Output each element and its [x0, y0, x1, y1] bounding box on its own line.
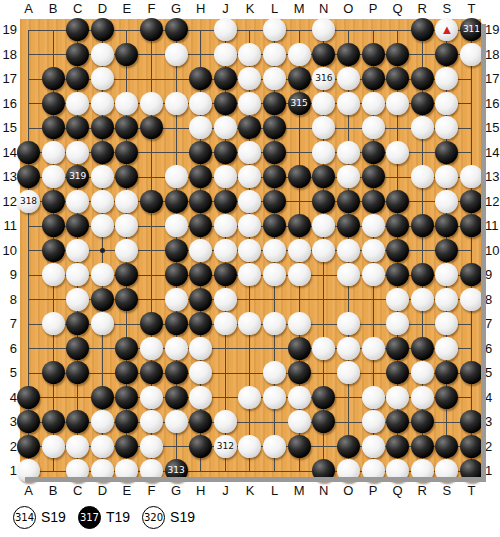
intersection-S5[interactable]	[435, 361, 460, 386]
intersection-G7[interactable]	[164, 312, 189, 337]
intersection-H15[interactable]	[188, 116, 213, 141]
intersection-F9[interactable]	[139, 263, 164, 288]
intersection-O19[interactable]	[336, 18, 361, 43]
intersection-Q13[interactable]	[385, 165, 410, 190]
intersection-L13[interactable]	[262, 165, 287, 190]
intersection-G4[interactable]	[164, 385, 189, 410]
intersection-K2[interactable]	[238, 434, 263, 459]
intersection-H14[interactable]	[188, 140, 213, 165]
intersection-P2[interactable]	[361, 434, 386, 459]
intersection-Q16[interactable]	[385, 91, 410, 116]
intersection-R19[interactable]	[410, 18, 435, 43]
intersection-A13[interactable]	[16, 165, 41, 190]
intersection-E19[interactable]	[115, 18, 140, 43]
intersection-H9[interactable]	[188, 263, 213, 288]
intersection-G15[interactable]	[164, 116, 189, 141]
intersection-G10[interactable]	[164, 238, 189, 263]
intersection-Q17[interactable]	[385, 67, 410, 92]
intersection-K19[interactable]	[238, 18, 263, 43]
intersection-E15[interactable]	[115, 116, 140, 141]
intersection-C19[interactable]	[65, 18, 90, 43]
intersection-F11[interactable]	[139, 214, 164, 239]
intersection-J4[interactable]	[213, 385, 238, 410]
intersection-C7[interactable]	[65, 312, 90, 337]
intersection-O12[interactable]	[336, 189, 361, 214]
intersection-O7[interactable]	[336, 312, 361, 337]
intersection-E4[interactable]	[115, 385, 140, 410]
intersection-S10[interactable]	[435, 238, 460, 263]
intersection-B4[interactable]	[41, 385, 66, 410]
intersection-L9[interactable]	[262, 263, 287, 288]
intersection-J8[interactable]	[213, 287, 238, 312]
intersection-S13[interactable]	[435, 165, 460, 190]
intersection-N12[interactable]	[312, 189, 337, 214]
intersection-B9[interactable]	[41, 263, 66, 288]
intersection-E18[interactable]	[115, 42, 140, 67]
intersection-C5[interactable]	[65, 361, 90, 386]
intersection-D17[interactable]	[90, 67, 115, 92]
intersection-K15[interactable]	[238, 116, 263, 141]
intersection-H3[interactable]	[188, 410, 213, 435]
intersection-K6[interactable]	[238, 336, 263, 361]
intersection-L12[interactable]	[262, 189, 287, 214]
intersection-B18[interactable]	[41, 42, 66, 67]
intersection-J9[interactable]	[213, 263, 238, 288]
intersection-A6[interactable]	[16, 336, 41, 361]
intersection-L2[interactable]	[262, 434, 287, 459]
intersection-M9[interactable]	[287, 263, 312, 288]
intersection-Q11[interactable]	[385, 214, 410, 239]
intersection-N15[interactable]	[312, 116, 337, 141]
intersection-F10[interactable]	[139, 238, 164, 263]
intersection-R15[interactable]	[410, 116, 435, 141]
intersection-P13[interactable]	[361, 165, 386, 190]
intersection-G18[interactable]	[164, 42, 189, 67]
intersection-O9[interactable]	[336, 263, 361, 288]
intersection-M12[interactable]	[287, 189, 312, 214]
intersection-F18[interactable]	[139, 42, 164, 67]
intersection-F5[interactable]	[139, 361, 164, 386]
intersection-E10[interactable]	[115, 238, 140, 263]
intersection-K17[interactable]	[238, 67, 263, 92]
intersection-D15[interactable]	[90, 116, 115, 141]
intersection-H12[interactable]	[188, 189, 213, 214]
intersection-M7[interactable]	[287, 312, 312, 337]
intersection-G8[interactable]	[164, 287, 189, 312]
intersection-H5[interactable]	[188, 361, 213, 386]
intersection-F14[interactable]	[139, 140, 164, 165]
intersection-L14[interactable]	[262, 140, 287, 165]
intersection-R14[interactable]	[410, 140, 435, 165]
intersection-F15[interactable]	[139, 116, 164, 141]
intersection-Q10[interactable]	[385, 238, 410, 263]
intersection-C15[interactable]	[65, 116, 90, 141]
intersection-M2[interactable]	[287, 434, 312, 459]
intersection-N19[interactable]	[312, 18, 337, 43]
intersection-R8[interactable]	[410, 287, 435, 312]
intersection-A7[interactable]	[16, 312, 41, 337]
intersection-D3[interactable]	[90, 410, 115, 435]
intersection-J7[interactable]	[213, 312, 238, 337]
intersection-O18[interactable]	[336, 42, 361, 67]
intersection-K10[interactable]	[238, 238, 263, 263]
intersection-Q14[interactable]	[385, 140, 410, 165]
intersection-K13[interactable]	[238, 165, 263, 190]
intersection-H13[interactable]	[188, 165, 213, 190]
intersection-H18[interactable]	[188, 42, 213, 67]
intersection-R12[interactable]	[410, 189, 435, 214]
intersection-F8[interactable]	[139, 287, 164, 312]
intersection-L7[interactable]	[262, 312, 287, 337]
intersection-N13[interactable]	[312, 165, 337, 190]
intersection-Q7[interactable]	[385, 312, 410, 337]
intersection-A19[interactable]	[16, 18, 41, 43]
intersection-O11[interactable]	[336, 214, 361, 239]
intersection-F16[interactable]	[139, 91, 164, 116]
intersection-O14[interactable]	[336, 140, 361, 165]
intersection-H8[interactable]	[188, 287, 213, 312]
intersection-B11[interactable]	[41, 214, 66, 239]
intersection-S4[interactable]	[435, 385, 460, 410]
intersection-L4[interactable]	[262, 385, 287, 410]
intersection-E5[interactable]	[115, 361, 140, 386]
intersection-P17[interactable]	[361, 67, 386, 92]
intersection-F12[interactable]	[139, 189, 164, 214]
intersection-C4[interactable]	[65, 385, 90, 410]
intersection-M18[interactable]	[287, 42, 312, 67]
intersection-S3[interactable]	[435, 410, 460, 435]
intersection-M8[interactable]	[287, 287, 312, 312]
intersection-E6[interactable]	[115, 336, 140, 361]
intersection-M11[interactable]	[287, 214, 312, 239]
intersection-E11[interactable]	[115, 214, 140, 239]
intersection-A12[interactable]: 318	[16, 189, 41, 214]
intersection-O16[interactable]	[336, 91, 361, 116]
intersection-P5[interactable]	[361, 361, 386, 386]
intersection-D7[interactable]	[90, 312, 115, 337]
intersection-P12[interactable]	[361, 189, 386, 214]
intersection-B3[interactable]	[41, 410, 66, 435]
go-board[interactable]: ▲311316315319318312313	[20, 19, 481, 477]
intersection-C9[interactable]	[65, 263, 90, 288]
intersection-J17[interactable]	[213, 67, 238, 92]
intersection-L19[interactable]	[262, 18, 287, 43]
intersection-S19[interactable]: ▲	[435, 18, 460, 43]
intersection-G11[interactable]	[164, 214, 189, 239]
intersection-B7[interactable]	[41, 312, 66, 337]
intersection-D18[interactable]	[90, 42, 115, 67]
intersection-O17[interactable]	[336, 67, 361, 92]
intersection-A5[interactable]	[16, 361, 41, 386]
intersection-Q2[interactable]	[385, 434, 410, 459]
intersection-R7[interactable]	[410, 312, 435, 337]
intersection-M14[interactable]	[287, 140, 312, 165]
intersection-N10[interactable]	[312, 238, 337, 263]
intersection-R4[interactable]	[410, 385, 435, 410]
intersection-K12[interactable]	[238, 189, 263, 214]
intersection-R2[interactable]	[410, 434, 435, 459]
intersection-J15[interactable]	[213, 116, 238, 141]
intersection-H16[interactable]	[188, 91, 213, 116]
intersection-S12[interactable]	[435, 189, 460, 214]
intersection-F2[interactable]	[139, 434, 164, 459]
intersection-N6[interactable]	[312, 336, 337, 361]
intersection-G3[interactable]	[164, 410, 189, 435]
intersection-R13[interactable]	[410, 165, 435, 190]
intersection-C2[interactable]	[65, 434, 90, 459]
intersection-S6[interactable]	[435, 336, 460, 361]
intersection-N9[interactable]	[312, 263, 337, 288]
intersection-F17[interactable]	[139, 67, 164, 92]
intersection-J3[interactable]	[213, 410, 238, 435]
intersection-P16[interactable]	[361, 91, 386, 116]
intersection-A11[interactable]	[16, 214, 41, 239]
intersection-C14[interactable]	[65, 140, 90, 165]
intersection-R17[interactable]	[410, 67, 435, 92]
intersection-R9[interactable]	[410, 263, 435, 288]
intersection-A17[interactable]	[16, 67, 41, 92]
intersection-A18[interactable]	[16, 42, 41, 67]
intersection-A10[interactable]	[16, 238, 41, 263]
intersection-S11[interactable]	[435, 214, 460, 239]
intersection-O10[interactable]	[336, 238, 361, 263]
intersection-C16[interactable]	[65, 91, 90, 116]
intersection-S7[interactable]	[435, 312, 460, 337]
intersection-S16[interactable]	[435, 91, 460, 116]
intersection-N14[interactable]	[312, 140, 337, 165]
intersection-E3[interactable]	[115, 410, 140, 435]
intersection-J6[interactable]	[213, 336, 238, 361]
intersection-K18[interactable]	[238, 42, 263, 67]
intersection-O13[interactable]	[336, 165, 361, 190]
intersection-Q4[interactable]	[385, 385, 410, 410]
intersection-G9[interactable]	[164, 263, 189, 288]
intersection-G14[interactable]	[164, 140, 189, 165]
intersection-L17[interactable]	[262, 67, 287, 92]
intersection-J18[interactable]	[213, 42, 238, 67]
intersection-S18[interactable]	[435, 42, 460, 67]
intersection-A2[interactable]	[16, 434, 41, 459]
intersection-L15[interactable]	[262, 116, 287, 141]
intersection-M13[interactable]	[287, 165, 312, 190]
intersection-A15[interactable]	[16, 116, 41, 141]
intersection-C3[interactable]	[65, 410, 90, 435]
intersection-O8[interactable]	[336, 287, 361, 312]
intersection-R18[interactable]	[410, 42, 435, 67]
intersection-O4[interactable]	[336, 385, 361, 410]
intersection-H7[interactable]	[188, 312, 213, 337]
intersection-C12[interactable]	[65, 189, 90, 214]
intersection-G13[interactable]	[164, 165, 189, 190]
intersection-R3[interactable]	[410, 410, 435, 435]
intersection-A16[interactable]	[16, 91, 41, 116]
intersection-P3[interactable]	[361, 410, 386, 435]
intersection-H19[interactable]	[188, 18, 213, 43]
intersection-C8[interactable]	[65, 287, 90, 312]
intersection-P4[interactable]	[361, 385, 386, 410]
intersection-C6[interactable]	[65, 336, 90, 361]
intersection-M17[interactable]	[287, 67, 312, 92]
intersection-J14[interactable]	[213, 140, 238, 165]
intersection-Q3[interactable]	[385, 410, 410, 435]
intersection-M4[interactable]	[287, 385, 312, 410]
intersection-L8[interactable]	[262, 287, 287, 312]
intersection-H17[interactable]	[188, 67, 213, 92]
intersection-D5[interactable]	[90, 361, 115, 386]
intersection-O2[interactable]	[336, 434, 361, 459]
intersection-P9[interactable]	[361, 263, 386, 288]
intersection-P19[interactable]	[361, 18, 386, 43]
intersection-Q9[interactable]	[385, 263, 410, 288]
intersection-E9[interactable]	[115, 263, 140, 288]
intersection-D19[interactable]	[90, 18, 115, 43]
intersection-R16[interactable]	[410, 91, 435, 116]
intersection-K4[interactable]	[238, 385, 263, 410]
intersection-S15[interactable]	[435, 116, 460, 141]
intersection-J5[interactable]	[213, 361, 238, 386]
intersection-N18[interactable]	[312, 42, 337, 67]
intersection-D13[interactable]	[90, 165, 115, 190]
intersection-M5[interactable]	[287, 361, 312, 386]
intersection-E13[interactable]	[115, 165, 140, 190]
intersection-P14[interactable]	[361, 140, 386, 165]
intersection-P15[interactable]	[361, 116, 386, 141]
intersection-A3[interactable]	[16, 410, 41, 435]
intersection-G19[interactable]	[164, 18, 189, 43]
intersection-M16[interactable]: 315	[287, 91, 312, 116]
intersection-M6[interactable]	[287, 336, 312, 361]
intersection-F19[interactable]	[139, 18, 164, 43]
intersection-O6[interactable]	[336, 336, 361, 361]
intersection-E8[interactable]	[115, 287, 140, 312]
intersection-D4[interactable]	[90, 385, 115, 410]
intersection-E16[interactable]	[115, 91, 140, 116]
intersection-S8[interactable]	[435, 287, 460, 312]
intersection-O5[interactable]	[336, 361, 361, 386]
intersection-N8[interactable]	[312, 287, 337, 312]
intersection-M19[interactable]	[287, 18, 312, 43]
intersection-G12[interactable]	[164, 189, 189, 214]
intersection-L6[interactable]	[262, 336, 287, 361]
intersection-A4[interactable]	[16, 385, 41, 410]
intersection-G17[interactable]	[164, 67, 189, 92]
intersection-S9[interactable]	[435, 263, 460, 288]
intersection-O3[interactable]	[336, 410, 361, 435]
intersection-L16[interactable]	[262, 91, 287, 116]
intersection-G16[interactable]	[164, 91, 189, 116]
intersection-B16[interactable]	[41, 91, 66, 116]
intersection-K16[interactable]	[238, 91, 263, 116]
intersection-G6[interactable]	[164, 336, 189, 361]
intersection-D2[interactable]	[90, 434, 115, 459]
intersection-J16[interactable]	[213, 91, 238, 116]
intersection-B14[interactable]	[41, 140, 66, 165]
intersection-B5[interactable]	[41, 361, 66, 386]
intersection-K3[interactable]	[238, 410, 263, 435]
intersection-B17[interactable]	[41, 67, 66, 92]
intersection-K7[interactable]	[238, 312, 263, 337]
intersection-J2[interactable]: 312	[213, 434, 238, 459]
intersection-C13[interactable]: 319	[65, 165, 90, 190]
intersection-G2[interactable]	[164, 434, 189, 459]
intersection-E7[interactable]	[115, 312, 140, 337]
intersection-B19[interactable]	[41, 18, 66, 43]
intersection-F6[interactable]	[139, 336, 164, 361]
intersection-S17[interactable]	[435, 67, 460, 92]
intersection-E12[interactable]	[115, 189, 140, 214]
intersection-J10[interactable]	[213, 238, 238, 263]
intersection-B10[interactable]	[41, 238, 66, 263]
intersection-R10[interactable]	[410, 238, 435, 263]
intersection-H10[interactable]	[188, 238, 213, 263]
intersection-B8[interactable]	[41, 287, 66, 312]
intersection-F7[interactable]	[139, 312, 164, 337]
intersection-C18[interactable]	[65, 42, 90, 67]
intersection-K5[interactable]	[238, 361, 263, 386]
intersection-P10[interactable]	[361, 238, 386, 263]
intersection-A9[interactable]	[16, 263, 41, 288]
intersection-N2[interactable]	[312, 434, 337, 459]
intersection-B6[interactable]	[41, 336, 66, 361]
intersection-P8[interactable]	[361, 287, 386, 312]
intersection-B15[interactable]	[41, 116, 66, 141]
intersection-P7[interactable]	[361, 312, 386, 337]
intersection-B12[interactable]	[41, 189, 66, 214]
intersection-D14[interactable]	[90, 140, 115, 165]
intersection-J11[interactable]	[213, 214, 238, 239]
intersection-N16[interactable]	[312, 91, 337, 116]
intersection-E17[interactable]	[115, 67, 140, 92]
intersection-K11[interactable]	[238, 214, 263, 239]
intersection-Q5[interactable]	[385, 361, 410, 386]
intersection-Q15[interactable]	[385, 116, 410, 141]
intersection-Q6[interactable]	[385, 336, 410, 361]
intersection-L10[interactable]	[262, 238, 287, 263]
intersection-C17[interactable]	[65, 67, 90, 92]
intersection-N3[interactable]	[312, 410, 337, 435]
intersection-F3[interactable]	[139, 410, 164, 435]
intersection-D16[interactable]	[90, 91, 115, 116]
intersection-D10[interactable]	[90, 238, 115, 263]
intersection-L11[interactable]	[262, 214, 287, 239]
intersection-N11[interactable]	[312, 214, 337, 239]
intersection-M10[interactable]	[287, 238, 312, 263]
intersection-G5[interactable]	[164, 361, 189, 386]
intersection-R11[interactable]	[410, 214, 435, 239]
intersection-J13[interactable]	[213, 165, 238, 190]
intersection-M3[interactable]	[287, 410, 312, 435]
intersection-R5[interactable]	[410, 361, 435, 386]
intersection-N5[interactable]	[312, 361, 337, 386]
intersection-P11[interactable]	[361, 214, 386, 239]
intersection-L5[interactable]	[262, 361, 287, 386]
intersection-H2[interactable]	[188, 434, 213, 459]
intersection-A8[interactable]	[16, 287, 41, 312]
intersection-D8[interactable]	[90, 287, 115, 312]
intersection-E2[interactable]	[115, 434, 140, 459]
intersection-J19[interactable]	[213, 18, 238, 43]
intersection-F4[interactable]	[139, 385, 164, 410]
intersection-L3[interactable]	[262, 410, 287, 435]
intersection-D9[interactable]	[90, 263, 115, 288]
intersection-E14[interactable]	[115, 140, 140, 165]
intersection-Q18[interactable]	[385, 42, 410, 67]
intersection-K14[interactable]	[238, 140, 263, 165]
intersection-H4[interactable]	[188, 385, 213, 410]
intersection-N17[interactable]: 316	[312, 67, 337, 92]
intersection-D12[interactable]	[90, 189, 115, 214]
intersection-D11[interactable]	[90, 214, 115, 239]
